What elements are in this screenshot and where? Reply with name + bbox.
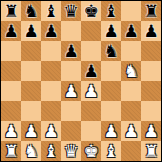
- square-h7[interactable]: ♟: [141, 21, 161, 41]
- square-b5[interactable]: [21, 61, 41, 81]
- black-king: ♚: [83, 1, 98, 21]
- white-king: ♚: [83, 141, 98, 161]
- square-f3[interactable]: [101, 101, 121, 121]
- black-knight: ♞: [103, 41, 118, 61]
- square-h8[interactable]: ♜: [141, 1, 161, 21]
- square-h3[interactable]: [141, 101, 161, 121]
- square-c1[interactable]: ♝: [41, 141, 61, 161]
- white-bishop: ♝: [43, 141, 58, 161]
- square-g8[interactable]: [121, 1, 141, 21]
- square-g2[interactable]: ♟: [121, 121, 141, 141]
- square-d3[interactable]: [61, 101, 81, 121]
- square-b4[interactable]: [21, 81, 41, 101]
- square-d6[interactable]: ♟: [61, 41, 81, 61]
- square-c6[interactable]: [41, 41, 61, 61]
- square-d7[interactable]: [61, 21, 81, 41]
- square-e7[interactable]: [81, 21, 101, 41]
- square-d5[interactable]: [61, 61, 81, 81]
- black-pawn: ♟: [23, 21, 38, 41]
- black-knight: ♞: [23, 1, 38, 21]
- black-bishop: ♝: [43, 1, 58, 21]
- square-h6[interactable]: [141, 41, 161, 61]
- white-pawn: ♟: [83, 81, 98, 101]
- square-g4[interactable]: [121, 81, 141, 101]
- square-a4[interactable]: [1, 81, 21, 101]
- square-c3[interactable]: [41, 101, 61, 121]
- white-pawn: ♟: [63, 81, 78, 101]
- square-e5[interactable]: ♟: [81, 61, 101, 81]
- white-pawn: ♟: [23, 121, 38, 141]
- square-c7[interactable]: ♟: [41, 21, 61, 41]
- square-c8[interactable]: ♝: [41, 1, 61, 21]
- square-e1[interactable]: ♚: [81, 141, 101, 161]
- square-f6[interactable]: ♞: [101, 41, 121, 61]
- white-knight: ♞: [123, 61, 138, 81]
- white-rook: ♜: [143, 141, 158, 161]
- square-b3[interactable]: [21, 101, 41, 121]
- square-c4[interactable]: [41, 81, 61, 101]
- square-f7[interactable]: ♟: [101, 21, 121, 41]
- square-g5[interactable]: ♞: [121, 61, 141, 81]
- black-pawn: ♟: [3, 21, 18, 41]
- square-a6[interactable]: [1, 41, 21, 61]
- white-pawn: ♟: [103, 121, 118, 141]
- black-pawn: ♟: [143, 21, 158, 41]
- square-e2[interactable]: [81, 121, 101, 141]
- square-a3[interactable]: [1, 101, 21, 121]
- square-e8[interactable]: ♚: [81, 1, 101, 21]
- square-f4[interactable]: [101, 81, 121, 101]
- square-a7[interactable]: ♟: [1, 21, 21, 41]
- black-pawn: ♟: [43, 21, 58, 41]
- square-b6[interactable]: [21, 41, 41, 61]
- square-b1[interactable]: ♞: [21, 141, 41, 161]
- square-a5[interactable]: [1, 61, 21, 81]
- square-g3[interactable]: [121, 101, 141, 121]
- chess-board-window: ♜♞♝♛♚♝♜♟♟♟♟♟♟♟♞♟♞♟♟♟♟♟♟♟♟♜♞♝♛♚♝♜: [0, 0, 162, 162]
- square-h2[interactable]: ♟: [141, 121, 161, 141]
- black-pawn: ♟: [123, 21, 138, 41]
- square-g7[interactable]: ♟: [121, 21, 141, 41]
- white-queen: ♛: [63, 141, 78, 161]
- square-f1[interactable]: ♝: [101, 141, 121, 161]
- square-b8[interactable]: ♞: [21, 1, 41, 21]
- white-knight: ♞: [23, 141, 38, 161]
- black-rook: ♜: [3, 1, 18, 21]
- square-b7[interactable]: ♟: [21, 21, 41, 41]
- black-bishop: ♝: [103, 1, 118, 21]
- square-d4[interactable]: ♟: [61, 81, 81, 101]
- square-g1[interactable]: [121, 141, 141, 161]
- square-d8[interactable]: ♛: [61, 1, 81, 21]
- square-g6[interactable]: [121, 41, 141, 61]
- black-pawn: ♟: [63, 41, 78, 61]
- square-d2[interactable]: [61, 121, 81, 141]
- square-h4[interactable]: [141, 81, 161, 101]
- square-e6[interactable]: [81, 41, 101, 61]
- square-e4[interactable]: ♟: [81, 81, 101, 101]
- square-h1[interactable]: ♜: [141, 141, 161, 161]
- square-f5[interactable]: [101, 61, 121, 81]
- black-rook: ♜: [143, 1, 158, 21]
- white-bishop: ♝: [103, 141, 118, 161]
- black-pawn: ♟: [83, 61, 98, 81]
- square-a1[interactable]: ♜: [1, 141, 21, 161]
- square-d1[interactable]: ♛: [61, 141, 81, 161]
- white-pawn: ♟: [123, 121, 138, 141]
- white-rook: ♜: [3, 141, 18, 161]
- square-f8[interactable]: ♝: [101, 1, 121, 21]
- square-h5[interactable]: [141, 61, 161, 81]
- square-f2[interactable]: ♟: [101, 121, 121, 141]
- black-queen: ♛: [63, 1, 78, 21]
- square-a2[interactable]: ♟: [1, 121, 21, 141]
- chess-board: ♜♞♝♛♚♝♜♟♟♟♟♟♟♟♞♟♞♟♟♟♟♟♟♟♟♜♞♝♛♚♝♜: [0, 0, 162, 162]
- white-pawn: ♟: [3, 121, 18, 141]
- black-pawn: ♟: [103, 21, 118, 41]
- square-c2[interactable]: ♟: [41, 121, 61, 141]
- square-a8[interactable]: ♜: [1, 1, 21, 21]
- white-pawn: ♟: [43, 121, 58, 141]
- white-pawn: ♟: [143, 121, 158, 141]
- square-b2[interactable]: ♟: [21, 121, 41, 141]
- square-e3[interactable]: [81, 101, 101, 121]
- square-c5[interactable]: [41, 61, 61, 81]
